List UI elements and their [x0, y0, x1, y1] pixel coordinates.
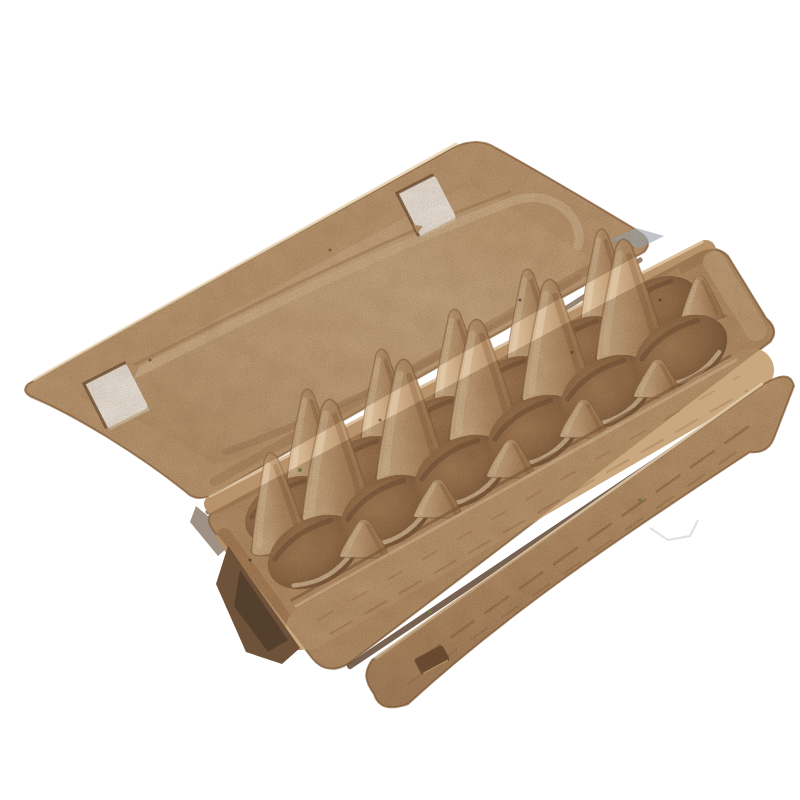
- background-artifact-outline: [650, 520, 698, 540]
- egg-carton-illustration: Open empty molded pulp egg carton for 12…: [0, 0, 800, 800]
- egg-carton-product-photo: Open empty molded pulp egg carton for 12…: [0, 0, 800, 800]
- photo-canvas: Open empty molded pulp egg carton for 12…: [0, 0, 800, 800]
